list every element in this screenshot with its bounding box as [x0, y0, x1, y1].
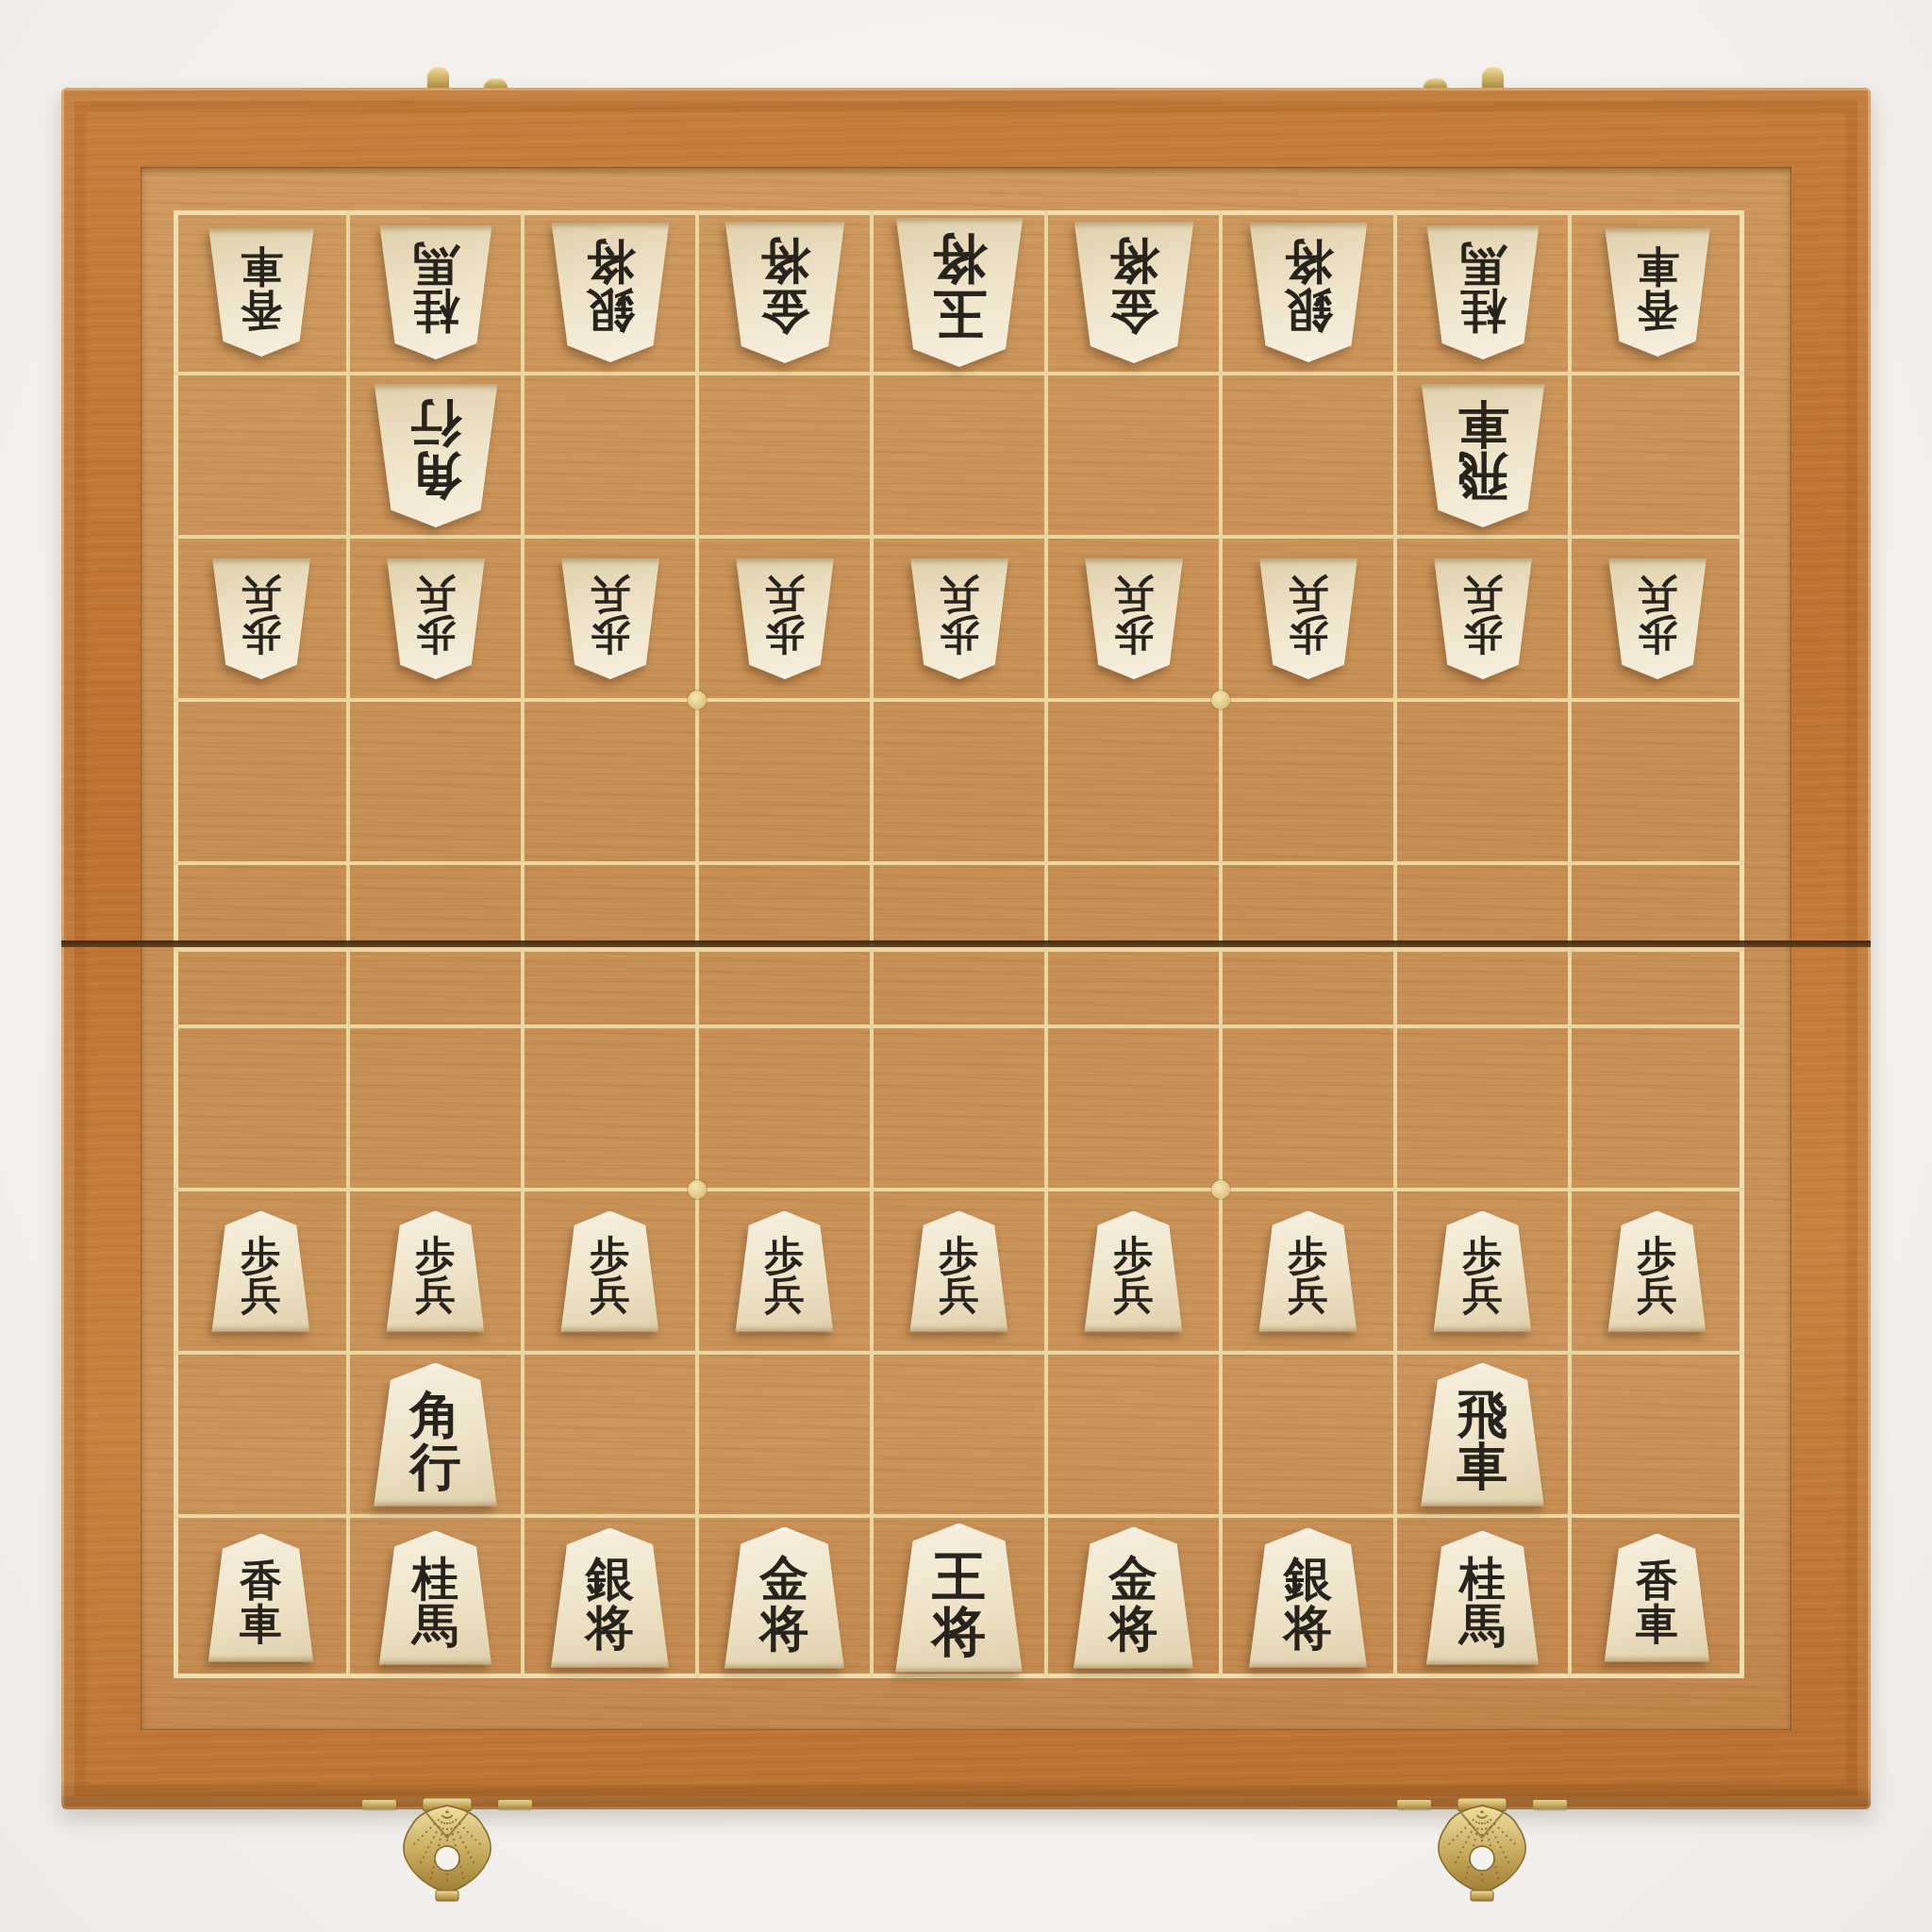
piece-silver-sente[interactable]: 銀将	[549, 1528, 672, 1668]
koma-face: 金将	[1072, 222, 1196, 363]
koma-kanji: 兵	[940, 1275, 979, 1316]
koma-kanji: 王	[932, 1549, 986, 1604]
piece-pawn-sente[interactable]: 歩兵	[1432, 1211, 1534, 1332]
koma-kanji: 兵	[1463, 1275, 1503, 1316]
piece-pawn-gote[interactable]: 歩兵	[210, 558, 312, 679]
koma-face: 銀将	[1247, 223, 1370, 362]
koma-kanji: 歩	[591, 614, 630, 655]
koma-face: 香車	[207, 1534, 316, 1662]
koma-kanji: 行	[410, 397, 461, 449]
koma-kanji: 歩	[940, 1236, 979, 1276]
koma-face: 歩兵	[1432, 558, 1534, 679]
grid-line-horizontal	[174, 698, 1744, 702]
koma-face: 角行	[372, 384, 500, 527]
koma-face: 歩兵	[1607, 1211, 1708, 1332]
koma-kanji: 兵	[591, 574, 630, 614]
koma-face: 桂馬	[377, 225, 494, 359]
koma-kanji: 金	[1109, 1553, 1158, 1603]
koma-face: 歩兵	[1607, 558, 1708, 679]
koma-kanji: 歩	[1289, 614, 1328, 655]
piece-king-gote[interactable]: 玉将	[893, 218, 1025, 367]
box-edge-shadow	[61, 1781, 1871, 1809]
koma-kanji: 飛	[1457, 449, 1508, 501]
piece-lance-gote[interactable]: 香車	[207, 228, 316, 357]
koma-face: 歩兵	[1257, 558, 1359, 679]
koma-kanji: 歩	[1638, 1236, 1677, 1276]
koma-kanji: 飛	[1457, 1389, 1508, 1441]
fold-seam	[61, 941, 1871, 947]
koma-kanji: 兵	[765, 574, 805, 614]
koma-kanji: 香	[1636, 1559, 1678, 1603]
piece-pawn-gote[interactable]: 歩兵	[1083, 558, 1185, 679]
koma-face: 香車	[207, 228, 316, 357]
fold-seam-edge-line	[174, 947, 1744, 952]
hoshi-dot	[688, 691, 707, 709]
koma-kanji: 歩	[765, 614, 805, 655]
koma-face: 銀将	[549, 1528, 672, 1668]
koma-kanji: 玉	[932, 286, 986, 341]
koma-kanji: 銀	[586, 1554, 634, 1603]
koma-face: 歩兵	[1257, 1211, 1359, 1332]
piece-gold-sente[interactable]: 金将	[1072, 1527, 1196, 1669]
piece-pawn-gote[interactable]: 歩兵	[908, 558, 1010, 679]
koma-kanji: 将	[1284, 1603, 1332, 1652]
koma-kanji: 兵	[591, 1275, 630, 1316]
piece-pawn-gote[interactable]: 歩兵	[1607, 558, 1708, 679]
koma-kanji: 兵	[241, 1275, 281, 1316]
piece-gold-gote[interactable]: 金将	[1072, 222, 1196, 363]
grid-line-horizontal	[174, 372, 1744, 375]
piece-knight-gote[interactable]: 桂馬	[377, 225, 494, 359]
koma-kanji: 歩	[591, 1236, 630, 1276]
koma-face: 歩兵	[559, 1211, 661, 1332]
piece-gold-sente[interactable]: 金将	[723, 1527, 847, 1669]
piece-gold-gote[interactable]: 金将	[723, 222, 847, 363]
koma-kanji: 兵	[1289, 574, 1328, 614]
piece-silver-sente[interactable]: 銀将	[1247, 1528, 1370, 1668]
koma-face: 歩兵	[908, 558, 1010, 679]
hoshi-dot	[688, 1180, 707, 1199]
piece-silver-gote[interactable]: 銀将	[1247, 223, 1370, 362]
koma-face: 香車	[1603, 1534, 1712, 1662]
koma-kanji: 歩	[940, 614, 979, 655]
koma-kanji: 馬	[1459, 240, 1506, 287]
piece-rook-sente[interactable]: 飛車	[1419, 1363, 1547, 1507]
piece-knight-sente[interactable]: 桂馬	[377, 1531, 494, 1665]
koma-face: 玉将	[893, 218, 1025, 367]
grid-line-horizontal	[174, 1351, 1744, 1355]
koma-kanji: 将	[1284, 238, 1332, 287]
koma-face: 桂馬	[1424, 1531, 1541, 1665]
koma-kanji: 桂	[1459, 287, 1506, 334]
koma-kanji: 兵	[1114, 574, 1154, 614]
koma-face: 歩兵	[385, 558, 487, 679]
koma-kanji: 桂	[412, 1556, 458, 1603]
piece-rook-gote[interactable]: 飛車	[1419, 384, 1547, 527]
piece-silver-gote[interactable]: 銀将	[549, 223, 672, 362]
koma-kanji: 歩	[416, 614, 456, 655]
koma-kanji: 兵	[765, 1275, 805, 1316]
clasp-plate	[362, 1800, 396, 1809]
koma-kanji: 香	[240, 287, 282, 330]
koma-kanji: 将	[1109, 1603, 1158, 1653]
hoshi-dot	[1211, 1180, 1230, 1199]
koma-face: 桂馬	[1424, 225, 1541, 359]
piece-knight-gote[interactable]: 桂馬	[1424, 225, 1541, 359]
koma-kanji: 角	[410, 1389, 461, 1441]
clasp-latch-icon[interactable]	[1427, 1798, 1537, 1904]
piece-pawn-gote[interactable]: 歩兵	[385, 558, 487, 679]
clasp-plate	[1533, 1800, 1567, 1809]
koma-kanji: 将	[586, 238, 634, 287]
koma-kanji: 香	[1636, 287, 1678, 330]
koma-kanji: 歩	[1289, 1236, 1328, 1276]
piece-pawn-gote[interactable]: 歩兵	[734, 558, 836, 679]
koma-face: 桂馬	[377, 1531, 494, 1665]
koma-face: 歩兵	[559, 558, 661, 679]
koma-kanji: 将	[760, 237, 809, 287]
piece-pawn-sente[interactable]: 歩兵	[1607, 1211, 1708, 1332]
koma-kanji: 銀	[1284, 1554, 1332, 1603]
koma-kanji: 馬	[1459, 1603, 1506, 1650]
hoshi-dot	[1211, 691, 1230, 709]
koma-face: 歩兵	[734, 1211, 836, 1332]
piece-pawn-gote[interactable]: 歩兵	[1432, 558, 1534, 679]
koma-face: 歩兵	[1083, 1211, 1185, 1332]
koma-kanji: 兵	[416, 574, 456, 614]
koma-face: 金将	[723, 222, 847, 363]
koma-kanji: 兵	[1289, 1275, 1328, 1316]
grid-line-horizontal	[174, 535, 1744, 539]
koma-kanji: 歩	[241, 1236, 281, 1276]
koma-kanji: 車	[240, 243, 282, 287]
koma-kanji: 歩	[1114, 614, 1154, 655]
koma-kanji: 金	[760, 1553, 809, 1603]
koma-kanji: 将	[1109, 237, 1158, 287]
piece-pawn-sente[interactable]: 歩兵	[1257, 1211, 1359, 1332]
koma-kanji: 歩	[765, 1236, 805, 1276]
clasp-plate	[498, 1800, 532, 1809]
koma-kanji: 馬	[412, 240, 458, 287]
koma-kanji: 兵	[1463, 574, 1503, 614]
clasp-latch-icon[interactable]	[392, 1798, 502, 1904]
shogi-board-photo: 香車桂馬銀将金将玉将金将銀将桂馬香車角行飛車歩兵歩兵歩兵歩兵歩兵歩兵歩兵歩兵歩兵…	[0, 0, 1932, 1932]
koma-kanji: 兵	[1114, 1275, 1154, 1316]
koma-face: 角行	[372, 1363, 500, 1507]
koma-kanji: 車	[1636, 243, 1678, 287]
koma-kanji: 歩	[1463, 614, 1503, 655]
koma-kanji: 将	[932, 231, 986, 286]
koma-face: 歩兵	[908, 1211, 1010, 1332]
koma-kanji: 車	[1457, 397, 1508, 449]
koma-kanji: 兵	[416, 1275, 456, 1316]
koma-face: 銀将	[1247, 1528, 1370, 1668]
piece-pawn-gote[interactable]: 歩兵	[1257, 558, 1359, 679]
piece-pawn-sente[interactable]: 歩兵	[908, 1211, 1010, 1332]
piece-bishop-gote[interactable]: 角行	[372, 384, 500, 527]
piece-pawn-sente[interactable]: 歩兵	[559, 1211, 661, 1332]
koma-kanji: 歩	[416, 1236, 456, 1276]
koma-kanji: 角	[410, 449, 461, 501]
piece-pawn-sente[interactable]: 歩兵	[385, 1211, 487, 1332]
koma-kanji: 銀	[1284, 287, 1332, 336]
koma-face: 金将	[1072, 1527, 1196, 1669]
clasp-plate	[1397, 1800, 1431, 1809]
koma-kanji: 馬	[412, 1603, 458, 1650]
piece-knight-sente[interactable]: 桂馬	[1424, 1531, 1541, 1665]
koma-face: 歩兵	[1432, 1211, 1534, 1332]
piece-pawn-sente[interactable]: 歩兵	[734, 1211, 836, 1332]
koma-kanji: 銀	[586, 287, 634, 336]
koma-kanji: 兵	[940, 574, 979, 614]
koma-kanji: 将	[932, 1604, 986, 1658]
piece-lance-sente[interactable]: 香車	[207, 1534, 316, 1662]
koma-kanji: 桂	[412, 287, 458, 334]
grid-line-horizontal	[174, 1188, 1744, 1191]
grid-line-horizontal	[174, 1024, 1744, 1028]
koma-kanji: 香	[240, 1559, 282, 1603]
koma-face: 香車	[1603, 228, 1712, 357]
koma-face: 歩兵	[210, 1211, 312, 1332]
koma-kanji: 車	[240, 1603, 282, 1646]
koma-face: 銀将	[549, 223, 672, 362]
koma-kanji: 歩	[241, 614, 281, 655]
koma-kanji: 歩	[1114, 1236, 1154, 1276]
koma-kanji: 桂	[1459, 1556, 1506, 1603]
koma-kanji: 金	[760, 287, 809, 337]
koma-face: 金将	[723, 1527, 847, 1669]
koma-kanji: 歩	[1463, 1236, 1503, 1276]
koma-face: 飛車	[1419, 1363, 1547, 1507]
koma-face: 歩兵	[1083, 558, 1185, 679]
grid-line-horizontal	[174, 861, 1744, 865]
piece-lance-gote[interactable]: 香車	[1603, 228, 1712, 357]
koma-kanji: 兵	[1638, 574, 1677, 614]
piece-pawn-sente[interactable]: 歩兵	[1083, 1211, 1185, 1332]
koma-kanji: 兵	[241, 574, 281, 614]
piece-pawn-sente[interactable]: 歩兵	[210, 1211, 312, 1332]
piece-pawn-gote[interactable]: 歩兵	[559, 558, 661, 679]
koma-kanji: 将	[760, 1603, 809, 1653]
koma-kanji: 金	[1109, 287, 1158, 337]
grid-line-horizontal	[174, 1514, 1744, 1518]
koma-face: 歩兵	[210, 558, 312, 679]
piece-bishop-sente[interactable]: 角行	[372, 1363, 500, 1507]
koma-kanji: 将	[586, 1603, 634, 1652]
koma-kanji: 車	[1457, 1441, 1508, 1492]
koma-kanji: 行	[410, 1441, 461, 1492]
koma-kanji: 兵	[1638, 1275, 1677, 1316]
piece-king-sente[interactable]: 王将	[893, 1524, 1025, 1673]
koma-kanji: 歩	[1638, 614, 1677, 655]
koma-face: 飛車	[1419, 384, 1547, 527]
piece-lance-sente[interactable]: 香車	[1603, 1534, 1712, 1662]
koma-face: 歩兵	[385, 1211, 487, 1332]
koma-kanji: 車	[1636, 1603, 1678, 1646]
koma-face: 王将	[893, 1524, 1025, 1673]
koma-face: 歩兵	[734, 558, 836, 679]
